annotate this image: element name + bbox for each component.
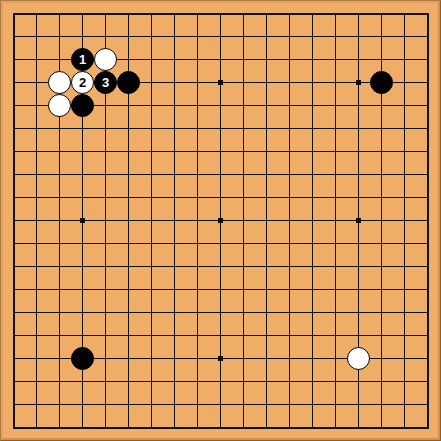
- stone-black: [370, 71, 393, 94]
- stone-white-move-2: 2: [71, 71, 94, 94]
- star-point: [218, 356, 223, 361]
- grid-line-h: [13, 312, 429, 313]
- grid-line-h: [13, 381, 429, 382]
- grid-line-v: [404, 13, 405, 429]
- stone-white: [48, 94, 71, 117]
- stone-black: [117, 71, 140, 94]
- star-point: [356, 218, 361, 223]
- grid-line-v: [266, 13, 267, 429]
- star-point: [218, 218, 223, 223]
- grid-line-v: [312, 13, 313, 429]
- grid-line-h: [13, 266, 429, 267]
- star-point: [218, 80, 223, 85]
- grid-line-h: [13, 427, 429, 429]
- go-board: 123: [0, 0, 441, 441]
- grid-line-v: [335, 13, 336, 429]
- stone-white: [48, 71, 71, 94]
- grid-line-v: [289, 13, 290, 429]
- star-point: [356, 80, 361, 85]
- grid-line-h: [13, 243, 429, 244]
- stone-black-move-1: 1: [71, 48, 94, 71]
- grid-line-v: [243, 13, 244, 429]
- stone-black-move-3: 3: [94, 71, 117, 94]
- stone-white: [347, 347, 370, 370]
- grid-line-v: [427, 13, 429, 429]
- grid-line-h: [13, 404, 429, 405]
- star-point: [80, 218, 85, 223]
- grid-line-h: [13, 289, 429, 290]
- stone-black: [71, 94, 94, 117]
- stone-black: [71, 347, 94, 370]
- stone-white: [94, 48, 117, 71]
- grid-line-h: [13, 335, 429, 336]
